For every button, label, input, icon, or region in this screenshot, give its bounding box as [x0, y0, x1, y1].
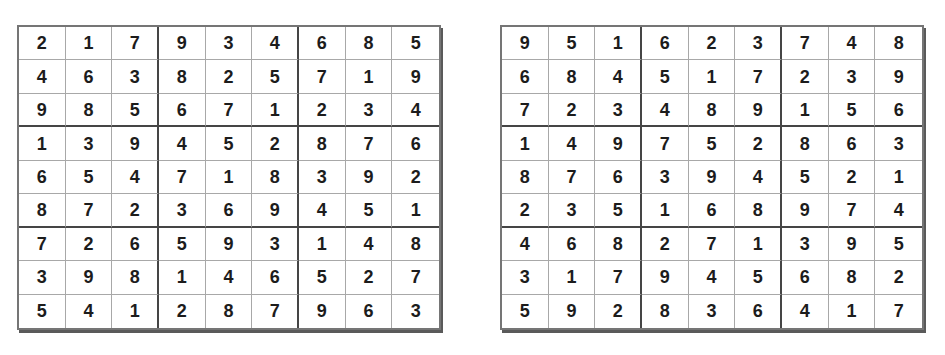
- sudoku-cell-r8c5: 4: [689, 261, 736, 294]
- sudoku-cell-r1c8: 4: [829, 27, 876, 60]
- sudoku-cell-r5c4: 3: [642, 161, 689, 194]
- sudoku-cell-r5c1: 6: [19, 161, 66, 194]
- sudoku-cell-r4c2: 3: [66, 127, 113, 160]
- sudoku-cell-r7c2: 2: [66, 228, 113, 261]
- sudoku-cell-r1c1: 2: [19, 27, 66, 60]
- sudoku-cell-r8c9: 2: [875, 261, 922, 294]
- sudoku-cell-r2c4: 8: [159, 60, 206, 93]
- sudoku-cell-r5c3: 6: [595, 161, 642, 194]
- sudoku-cell-r4c7: 8: [299, 127, 346, 160]
- sudoku-cell-r1c6: 4: [252, 27, 299, 60]
- sudoku-cell-r2c2: 8: [549, 60, 596, 93]
- sudoku-cell-r9c7: 4: [782, 295, 829, 328]
- sudoku-cell-r6c1: 2: [502, 194, 549, 227]
- sudoku-cell-r8c6: 6: [252, 261, 299, 294]
- sudoku-cell-r4c1: 1: [19, 127, 66, 160]
- sudoku-cell-r3c7: 2: [299, 94, 346, 127]
- sudoku-cell-r3c3: 3: [595, 94, 642, 127]
- sudoku-cell-r9c3: 1: [112, 295, 159, 328]
- sudoku-cell-r3c1: 7: [502, 94, 549, 127]
- sudoku-cell-r2c9: 9: [392, 60, 439, 93]
- sudoku-cell-r7c7: 1: [299, 228, 346, 261]
- sudoku-cell-r3c2: 2: [549, 94, 596, 127]
- sudoku-cell-r1c4: 6: [642, 27, 689, 60]
- sudoku-cell-r2c3: 3: [112, 60, 159, 93]
- sudoku-cell-r6c1: 8: [19, 194, 66, 227]
- sudoku-cell-r6c4: 1: [642, 194, 689, 227]
- sudoku-cell-r5c7: 5: [782, 161, 829, 194]
- sudoku-cell-r2c4: 5: [642, 60, 689, 93]
- sudoku-cell-r4c2: 4: [549, 127, 596, 160]
- sudoku-cell-r2c1: 6: [502, 60, 549, 93]
- sudoku-cell-r5c2: 7: [549, 161, 596, 194]
- sudoku-cell-r5c1: 8: [502, 161, 549, 194]
- sudoku-cell-r1c2: 5: [549, 27, 596, 60]
- sudoku-cell-r4c4: 4: [159, 127, 206, 160]
- sudoku-cell-r6c7: 9: [782, 194, 829, 227]
- sudoku-cell-r6c5: 6: [206, 194, 253, 227]
- sudoku-page: 2179346854638257199856712341394528766547…: [0, 0, 945, 355]
- sudoku-cell-r8c6: 5: [735, 261, 782, 294]
- sudoku-cell-r4c8: 6: [829, 127, 876, 160]
- sudoku-cell-r8c2: 9: [66, 261, 113, 294]
- sudoku-cell-r9c6: 6: [735, 295, 782, 328]
- sudoku-cell-r2c8: 3: [829, 60, 876, 93]
- sudoku-cell-r2c7: 7: [299, 60, 346, 93]
- sudoku-cell-r2c5: 2: [206, 60, 253, 93]
- sudoku-cell-r9c9: 7: [875, 295, 922, 328]
- sudoku-cell-r6c6: 8: [735, 194, 782, 227]
- sudoku-cell-r7c8: 9: [829, 228, 876, 261]
- sudoku-cell-r1c7: 7: [782, 27, 829, 60]
- sudoku-cell-r7c4: 2: [642, 228, 689, 261]
- sudoku-cell-r6c7: 4: [299, 194, 346, 227]
- sudoku-cell-r9c8: 1: [829, 295, 876, 328]
- sudoku-cell-r3c5: 8: [689, 94, 736, 127]
- sudoku-cell-r5c3: 4: [112, 161, 159, 194]
- sudoku-cell-r8c4: 1: [159, 261, 206, 294]
- sudoku-cell-r8c1: 3: [19, 261, 66, 294]
- sudoku-cell-r3c6: 9: [735, 94, 782, 127]
- sudoku-cell-r9c5: 8: [206, 295, 253, 328]
- sudoku-cell-r6c3: 2: [112, 194, 159, 227]
- sudoku-cell-r9c4: 8: [642, 295, 689, 328]
- sudoku-cell-r2c3: 4: [595, 60, 642, 93]
- sudoku-cell-r7c9: 8: [392, 228, 439, 261]
- sudoku-cell-r4c8: 7: [346, 127, 393, 160]
- sudoku-cell-r6c8: 7: [829, 194, 876, 227]
- sudoku-cell-r1c9: 5: [392, 27, 439, 60]
- sudoku-cell-r7c9: 5: [875, 228, 922, 261]
- sudoku-cell-r7c6: 3: [252, 228, 299, 261]
- sudoku-cell-r7c5: 9: [206, 228, 253, 261]
- sudoku-cell-r7c3: 6: [112, 228, 159, 261]
- sudoku-cell-r1c7: 6: [299, 27, 346, 60]
- sudoku-cell-r7c5: 7: [689, 228, 736, 261]
- sudoku-cell-r9c2: 4: [66, 295, 113, 328]
- sudoku-cell-r3c6: 1: [252, 94, 299, 127]
- sudoku-cell-r2c6: 5: [252, 60, 299, 93]
- sudoku-cell-r4c3: 9: [595, 127, 642, 160]
- sudoku-cell-r7c3: 8: [595, 228, 642, 261]
- sudoku-cell-r7c6: 1: [735, 228, 782, 261]
- sudoku-board-right: 9516237486845172397234891561497528638763…: [500, 25, 924, 330]
- sudoku-cell-r2c5: 1: [689, 60, 736, 93]
- sudoku-cell-r6c2: 7: [66, 194, 113, 227]
- sudoku-cell-r8c8: 8: [829, 261, 876, 294]
- sudoku-cell-r2c7: 2: [782, 60, 829, 93]
- sudoku-cell-r5c9: 1: [875, 161, 922, 194]
- sudoku-cell-r5c8: 2: [829, 161, 876, 194]
- sudoku-cell-r9c8: 6: [346, 295, 393, 328]
- sudoku-cell-r4c6: 2: [735, 127, 782, 160]
- sudoku-cell-r5c9: 2: [392, 161, 439, 194]
- sudoku-cell-r9c2: 9: [549, 295, 596, 328]
- sudoku-cell-r3c3: 5: [112, 94, 159, 127]
- sudoku-cell-r3c5: 7: [206, 94, 253, 127]
- sudoku-cell-r8c1: 3: [502, 261, 549, 294]
- sudoku-cell-r9c4: 2: [159, 295, 206, 328]
- sudoku-cell-r1c6: 3: [735, 27, 782, 60]
- sudoku-cell-r2c9: 9: [875, 60, 922, 93]
- sudoku-cell-r4c4: 7: [642, 127, 689, 160]
- sudoku-cell-r4c6: 2: [252, 127, 299, 160]
- sudoku-cell-r1c3: 1: [595, 27, 642, 60]
- sudoku-cell-r8c4: 9: [642, 261, 689, 294]
- sudoku-cell-r6c6: 9: [252, 194, 299, 227]
- sudoku-cell-r3c2: 8: [66, 94, 113, 127]
- sudoku-cell-r4c9: 3: [875, 127, 922, 160]
- sudoku-cell-r9c7: 9: [299, 295, 346, 328]
- sudoku-cell-r1c5: 3: [206, 27, 253, 60]
- sudoku-cell-r9c9: 3: [392, 295, 439, 328]
- sudoku-cell-r6c4: 3: [159, 194, 206, 227]
- sudoku-cell-r9c5: 3: [689, 295, 736, 328]
- sudoku-cell-r7c2: 6: [549, 228, 596, 261]
- sudoku-cell-r4c9: 6: [392, 127, 439, 160]
- sudoku-cell-r3c9: 6: [875, 94, 922, 127]
- sudoku-cell-r6c3: 5: [595, 194, 642, 227]
- sudoku-cell-r1c1: 9: [502, 27, 549, 60]
- sudoku-cell-r8c3: 8: [112, 261, 159, 294]
- sudoku-cell-r8c5: 4: [206, 261, 253, 294]
- sudoku-cell-r5c5: 9: [689, 161, 736, 194]
- sudoku-cell-r5c5: 1: [206, 161, 253, 194]
- sudoku-cell-r6c9: 4: [875, 194, 922, 227]
- sudoku-cell-r3c1: 9: [19, 94, 66, 127]
- sudoku-cell-r4c1: 1: [502, 127, 549, 160]
- sudoku-cell-r2c2: 6: [66, 60, 113, 93]
- sudoku-cell-r9c3: 2: [595, 295, 642, 328]
- sudoku-cell-r8c8: 2: [346, 261, 393, 294]
- sudoku-cell-r3c4: 4: [642, 94, 689, 127]
- sudoku-cell-r3c8: 5: [829, 94, 876, 127]
- sudoku-cell-r5c2: 5: [66, 161, 113, 194]
- sudoku-cell-r6c9: 1: [392, 194, 439, 227]
- sudoku-cell-r1c9: 8: [875, 27, 922, 60]
- sudoku-cell-r1c4: 9: [159, 27, 206, 60]
- sudoku-cell-r1c2: 1: [66, 27, 113, 60]
- sudoku-cell-r1c3: 7: [112, 27, 159, 60]
- sudoku-cell-r4c3: 9: [112, 127, 159, 160]
- sudoku-board-left: 2179346854638257199856712341394528766547…: [17, 25, 441, 330]
- sudoku-cell-r4c7: 8: [782, 127, 829, 160]
- sudoku-cell-r8c2: 1: [549, 261, 596, 294]
- sudoku-cell-r7c4: 5: [159, 228, 206, 261]
- sudoku-cell-r8c7: 5: [299, 261, 346, 294]
- sudoku-cell-r8c3: 7: [595, 261, 642, 294]
- sudoku-cell-r5c6: 8: [252, 161, 299, 194]
- sudoku-cell-r5c4: 7: [159, 161, 206, 194]
- sudoku-cell-r6c2: 3: [549, 194, 596, 227]
- sudoku-cell-r5c6: 4: [735, 161, 782, 194]
- sudoku-cell-r7c1: 7: [19, 228, 66, 261]
- sudoku-cell-r8c9: 7: [392, 261, 439, 294]
- sudoku-cell-r2c1: 4: [19, 60, 66, 93]
- sudoku-cell-r3c4: 6: [159, 94, 206, 127]
- sudoku-cell-r7c1: 4: [502, 228, 549, 261]
- sudoku-cell-r1c5: 2: [689, 27, 736, 60]
- sudoku-cell-r3c9: 4: [392, 94, 439, 127]
- sudoku-cell-r3c7: 1: [782, 94, 829, 127]
- sudoku-cell-r9c1: 5: [19, 295, 66, 328]
- sudoku-cell-r9c1: 5: [502, 295, 549, 328]
- sudoku-cell-r5c8: 9: [346, 161, 393, 194]
- sudoku-cell-r6c5: 6: [689, 194, 736, 227]
- sudoku-cell-r7c8: 4: [346, 228, 393, 261]
- sudoku-cell-r4c5: 5: [206, 127, 253, 160]
- sudoku-cell-r6c8: 5: [346, 194, 393, 227]
- sudoku-cell-r8c7: 6: [782, 261, 829, 294]
- sudoku-cell-r5c7: 3: [299, 161, 346, 194]
- sudoku-cell-r4c5: 5: [689, 127, 736, 160]
- sudoku-cell-r1c8: 8: [346, 27, 393, 60]
- sudoku-cell-r2c6: 7: [735, 60, 782, 93]
- sudoku-cell-r2c8: 1: [346, 60, 393, 93]
- sudoku-cell-r3c8: 3: [346, 94, 393, 127]
- sudoku-cell-r7c7: 3: [782, 228, 829, 261]
- sudoku-cell-r9c6: 7: [252, 295, 299, 328]
